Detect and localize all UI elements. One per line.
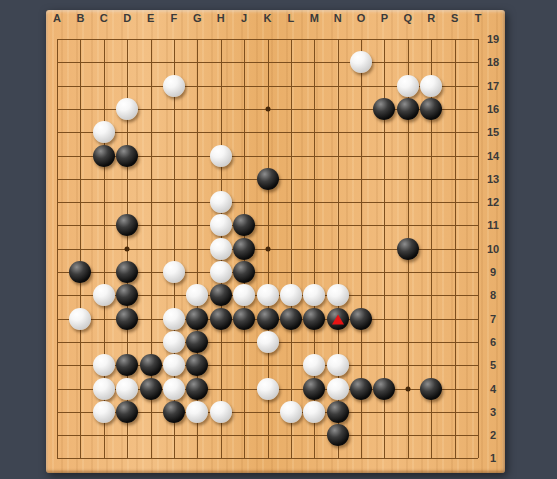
go-board[interactable] (46, 10, 505, 473)
app-background: ABCDEFGHJKLMNOPQRST191817161514131211109… (0, 0, 557, 479)
